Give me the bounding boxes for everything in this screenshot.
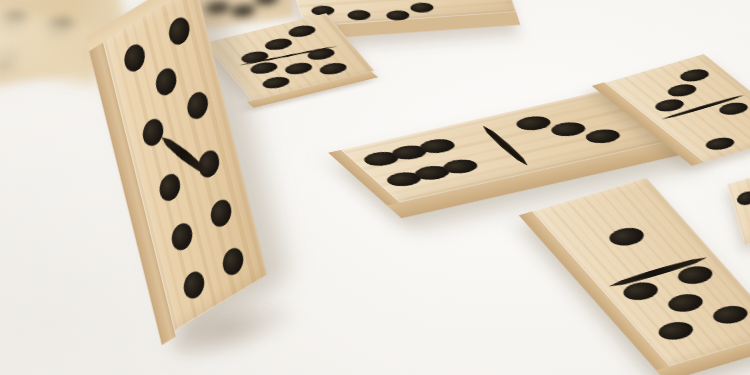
pip [181, 267, 207, 303]
pip [282, 60, 316, 76]
pip [205, 1, 230, 15]
domino-face [727, 170, 750, 245]
pip [385, 9, 411, 20]
pip [511, 113, 555, 132]
pip [157, 170, 183, 206]
pip [650, 97, 687, 114]
pip [153, 64, 179, 100]
pip [184, 88, 210, 124]
domino-face [532, 178, 750, 367]
pip [346, 9, 372, 20]
pip [676, 67, 713, 84]
pip [254, 0, 279, 6]
pip [230, 4, 255, 18]
pip [209, 195, 235, 231]
pip [735, 189, 750, 207]
pip [707, 302, 750, 326]
domino-1-5 [532, 178, 750, 367]
pip [169, 219, 195, 255]
pip [317, 61, 351, 77]
divider-leaf [478, 125, 531, 167]
pip [304, 46, 338, 62]
pip [166, 14, 192, 50]
dominoes-photo: Overhead photo of large wooden dominoes … [0, 0, 750, 375]
pip [141, 114, 167, 150]
pip [122, 40, 148, 76]
pip [604, 224, 649, 248]
pip [580, 127, 624, 146]
pip [285, 23, 319, 39]
pip [663, 82, 700, 99]
pip [701, 135, 738, 152]
pip [259, 75, 293, 91]
pip [546, 120, 590, 139]
pip [221, 244, 247, 280]
pip [663, 291, 708, 315]
pip [262, 36, 296, 52]
pip [653, 318, 698, 342]
pip [409, 2, 435, 13]
domino-corner-sliver [727, 170, 750, 245]
